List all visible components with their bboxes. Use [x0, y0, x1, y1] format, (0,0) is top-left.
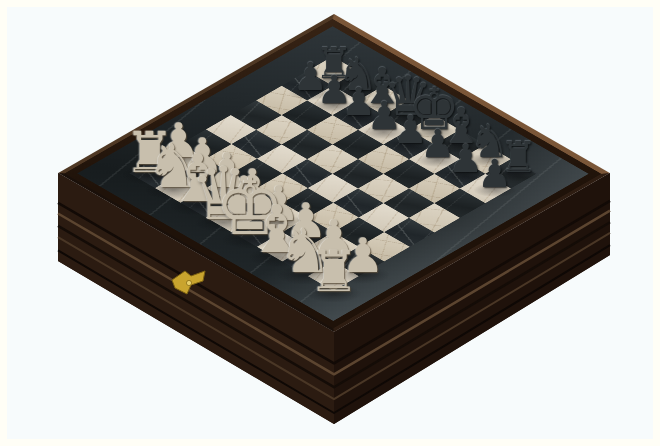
chess-set-photo: ♜♞♝♛♚♝♞♜♟♟♟♟♟♟♟♟♟♟♟♟♟♟♟♟♜♞♝♛♚♝♞♜ [0, 0, 660, 446]
